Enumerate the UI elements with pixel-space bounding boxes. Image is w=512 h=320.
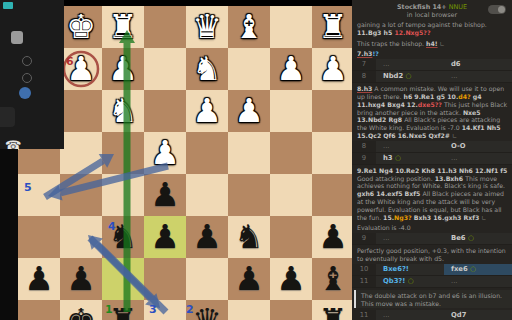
move-number: 9	[352, 153, 376, 164]
analysis-screen: ♚♜♛♝1♜♟♟♞♟2♟♟♞♟♟3♟4♟5♞♟♟♞6♟♟♟♟♟7♝♚♜♛8♜ 1…	[0, 0, 512, 320]
comment-text: This traps the bishop.	[357, 40, 426, 47]
comment-text: The double attack on b7 and e6 is an ill…	[361, 292, 502, 307]
piece-black-pawn[interactable]: ♟	[144, 216, 186, 258]
square-b6[interactable]	[270, 216, 312, 258]
square-g8[interactable]: ♚	[60, 300, 102, 320]
comment: Perfectly good position, +0.3, with the …	[352, 245, 512, 264]
square-a7[interactable]: ♝	[312, 258, 354, 300]
piece-black-pawn[interactable]: ♟	[312, 216, 354, 258]
white-move[interactable]: Bxe6?!	[376, 264, 444, 275]
move-reference[interactable]: d4?	[458, 93, 470, 100]
ring-icon[interactable]	[22, 56, 32, 66]
move-row-10: 10Bxe6?!fxe6 ○	[352, 264, 512, 276]
square-c5[interactable]	[228, 174, 270, 216]
piece-white-pawn[interactable]: ♟	[312, 48, 354, 90]
square-g2[interactable]: ♟	[60, 48, 102, 90]
square-d2[interactable]: ♞	[186, 48, 228, 90]
move-number: 8	[352, 141, 376, 152]
square-d3[interactable]: ♟	[186, 90, 228, 132]
move-number: 11	[352, 276, 376, 287]
square-f8[interactable]: ♜	[102, 300, 144, 320]
piece-white-pawn[interactable]: ♟	[270, 48, 312, 90]
move-row-7: 7...d6	[352, 59, 512, 71]
black-move[interactable]: d6	[444, 59, 512, 70]
black-move[interactable]: ...	[444, 153, 512, 164]
square-f3[interactable]: ♞	[102, 90, 144, 132]
active-dot-icon[interactable]	[19, 87, 31, 99]
piece-black-pawn[interactable]: ♟	[186, 216, 228, 258]
square-f7[interactable]	[102, 258, 144, 300]
square-a2[interactable]: ♟	[312, 48, 354, 90]
square-d5[interactable]	[186, 174, 228, 216]
white-move[interactable]: ...	[376, 310, 444, 320]
white-move[interactable]: Nbd2 ○	[376, 71, 444, 82]
square-b7[interactable]: ♟	[270, 258, 312, 300]
move-reference[interactable]: 15.	[383, 214, 394, 221]
move-row-9: 9h3 ○...	[352, 153, 512, 165]
move-reference[interactable]: Ng3?	[394, 214, 412, 221]
comment-text: Perfectly good position, +0.3, with the …	[357, 247, 506, 262]
move-reference[interactable]: h6 9.Re1 g5 10.	[403, 93, 458, 100]
square-f4[interactable]	[102, 132, 144, 174]
piece-white-pawn[interactable]: ♟	[60, 48, 102, 90]
piece-black-pawn[interactable]: ♟	[228, 258, 270, 300]
piece-black-king[interactable]: ♚	[60, 300, 102, 320]
black-move[interactable]: Qd7	[444, 310, 512, 320]
square-f1[interactable]: ♜	[102, 6, 144, 48]
square-d6[interactable]: ♟	[186, 216, 228, 258]
square-e6[interactable]: ♟	[144, 216, 186, 258]
piece-white-knight[interactable]: ♞	[102, 90, 144, 132]
square-f5[interactable]	[102, 174, 144, 216]
move-number: 7	[352, 59, 376, 70]
comment: 7.h3!?	[352, 48, 512, 59]
chess-board[interactable]: ♚♜♛♝1♜♟♟♞♟2♟♟♞♟♟3♟4♟5♞♟♟♞6♟♟♟♟♟7♝♚♜♛8♜	[18, 6, 354, 320]
square-a6[interactable]: ♟	[312, 216, 354, 258]
move-number: 11	[352, 310, 376, 320]
piece-black-pawn[interactable]: ♟	[270, 258, 312, 300]
analysis-panel: Stockfish 14+ NNUE in local browser gain…	[352, 0, 512, 320]
move-reference[interactable]: h4!	[426, 40, 438, 47]
black-move[interactable]: ...	[444, 71, 512, 82]
comment: gaining a lot of tempo against the bisho…	[352, 19, 512, 38]
square-e5[interactable]: ♟	[144, 174, 186, 216]
square-c7[interactable]: ♟	[228, 258, 270, 300]
move-reference[interactable]: Bxh3 16.gxh3 Rxf3	[412, 214, 480, 221]
square-h5[interactable]	[18, 174, 60, 216]
move-reference[interactable]: ∟	[438, 40, 445, 47]
square-e7[interactable]	[144, 258, 186, 300]
move-reference[interactable]: ∟	[479, 214, 486, 221]
comment-text: Evaluation is -4.0	[357, 224, 411, 231]
move-row-11: 11...Qd7	[352, 310, 512, 320]
move-reference[interactable]: 8.h3	[357, 85, 372, 92]
piece-white-rook[interactable]: ♜	[102, 6, 144, 48]
white-move[interactable]: ...	[376, 233, 444, 244]
move-row-8: 8Nbd2 ○...	[352, 71, 512, 83]
drawer-handle-icon[interactable]	[0, 107, 15, 127]
square-d1[interactable]: ♛	[186, 6, 228, 48]
piece-white-pawn[interactable]: ♟	[102, 48, 144, 90]
piece-white-knight[interactable]: ♞	[186, 48, 228, 90]
square-b3[interactable]	[270, 90, 312, 132]
overlay-tool-panel: ☎	[0, 0, 64, 149]
engine-toggle[interactable]	[488, 5, 506, 14]
cast-icon[interactable]	[3, 2, 13, 9]
toggle-knob	[498, 6, 505, 13]
black-move[interactable]: fxe6 ○	[444, 264, 512, 275]
comment-text: gaining a lot of tempo against the bisho…	[357, 21, 487, 28]
black-move[interactable]: O-O	[444, 141, 512, 152]
move-reference[interactable]: gxh6 14.exf5 Bxf5	[357, 190, 422, 197]
piece-black-queen[interactable]: ♛	[186, 300, 228, 320]
square-b8[interactable]	[270, 300, 312, 320]
piece-white-pawn[interactable]: ♟	[186, 90, 228, 132]
square-d4[interactable]	[186, 132, 228, 174]
move-reference[interactable]: 7.h3	[357, 50, 372, 57]
square-g4[interactable]	[60, 132, 102, 174]
move-reference[interactable]: 9.Re1 Ng4 10.Re2 Kh8 11.h3 Nh6 12.Nf1 f5	[357, 167, 507, 174]
square-b5[interactable]	[270, 174, 312, 216]
piece-white-queen[interactable]: ♛	[186, 6, 228, 48]
tile-icon[interactable]	[11, 31, 23, 44]
comment: This traps the bishop. h4! ∟	[352, 38, 512, 49]
move-row-8: 8...O-O	[352, 141, 512, 153]
square-b1[interactable]	[270, 6, 312, 48]
square-b4[interactable]	[270, 132, 312, 174]
comment: Evaluation is -4.0	[352, 222, 512, 233]
white-move[interactable]: h3 ○	[376, 153, 444, 164]
square-e2[interactable]	[144, 48, 186, 90]
square-h7[interactable]: ♟	[18, 258, 60, 300]
square-b2[interactable]: ♟	[270, 48, 312, 90]
square-h8[interactable]	[18, 300, 60, 320]
square-g7[interactable]: ♟	[60, 258, 102, 300]
move-row-9: 9...Be6 ○	[352, 233, 512, 245]
square-d7[interactable]	[186, 258, 228, 300]
square-a4[interactable]	[312, 132, 354, 174]
move-reference[interactable]: 13.Bxh6	[435, 175, 466, 182]
comment-text: Good attacking position.	[357, 175, 435, 182]
square-a1[interactable]: ♜	[312, 6, 354, 48]
square-a3[interactable]	[312, 90, 354, 132]
move-number: 9	[352, 233, 376, 244]
black-move[interactable]: Be6 ○	[444, 233, 512, 244]
white-move[interactable]: ...	[376, 141, 444, 152]
piece-black-knight[interactable]: ♞	[228, 216, 270, 258]
square-a5[interactable]	[312, 174, 354, 216]
comment-highlighted: The double attack on b7 and e6 is an ill…	[354, 290, 512, 309]
square-e3[interactable]	[144, 90, 186, 132]
comment: 8.h3 A common mistake. We will use it to…	[352, 83, 512, 141]
comment: 9.Re1 Ng4 10.Re2 Kh8 11.h3 Nh6 12.Nf1 f5…	[352, 165, 512, 223]
square-c3[interactable]: ♟	[228, 90, 270, 132]
piece-white-rook[interactable]: ♜	[312, 6, 354, 48]
piece-white-pawn[interactable]: ♟	[228, 90, 270, 132]
square-a8[interactable]: ♜	[312, 300, 354, 320]
square-c8[interactable]	[228, 300, 270, 320]
piece-white-king[interactable]: ♚	[60, 6, 102, 48]
move-reference[interactable]: 11.Bg3 h5	[357, 29, 394, 36]
piece-black-pawn[interactable]: ♟	[60, 258, 102, 300]
move-reference[interactable]: 12.Nxg5??	[394, 29, 430, 36]
square-f2[interactable]: ♟	[102, 48, 144, 90]
nnue-badge: NNUE	[449, 3, 467, 11]
square-c1[interactable]: ♝	[228, 6, 270, 48]
move-reference[interactable]: dxe5??	[418, 101, 442, 108]
piece-black-knight[interactable]: ♞	[102, 216, 144, 258]
square-h6[interactable]	[18, 216, 60, 258]
piece-black-rook[interactable]: ♜	[312, 300, 354, 320]
move-list: gaining a lot of tempo against the bisho…	[352, 19, 512, 320]
piece-black-bishop[interactable]: ♝	[312, 258, 354, 300]
square-c4[interactable]	[228, 132, 270, 174]
square-e8[interactable]	[144, 300, 186, 320]
black-move[interactable]: ...	[444, 276, 512, 287]
piece-black-pawn[interactable]: ♟	[144, 174, 186, 216]
square-e1[interactable]	[144, 6, 186, 48]
move-row-11: 11Qb3?! ○...	[352, 276, 512, 288]
move-reference[interactable]: !?	[372, 50, 378, 57]
engine-header: Stockfish 14+ NNUE in local browser	[352, 0, 512, 19]
square-e4[interactable]: ♟	[144, 132, 186, 174]
square-g3[interactable]	[60, 90, 102, 132]
piece-white-bishop[interactable]: ♝	[228, 6, 270, 48]
ring-icon[interactable]	[22, 73, 32, 83]
square-c2[interactable]	[228, 48, 270, 90]
square-c6[interactable]: ♞	[228, 216, 270, 258]
square-f6[interactable]: ♞	[102, 216, 144, 258]
white-move[interactable]: Qb3?! ○	[376, 276, 444, 287]
move-number: 8	[352, 71, 376, 82]
move-number: 10	[352, 264, 376, 275]
square-g1[interactable]: ♚	[60, 6, 102, 48]
piece-black-rook[interactable]: ♜	[102, 300, 144, 320]
left-rail	[0, 149, 18, 320]
square-d8[interactable]: ♛	[186, 300, 228, 320]
piece-white-pawn[interactable]: ♟	[144, 132, 186, 174]
move-reference[interactable]: ∟	[450, 132, 457, 139]
piece-black-pawn[interactable]: ♟	[18, 258, 60, 300]
white-move[interactable]: ...	[376, 59, 444, 70]
square-g5[interactable]	[60, 174, 102, 216]
square-g6[interactable]	[60, 216, 102, 258]
